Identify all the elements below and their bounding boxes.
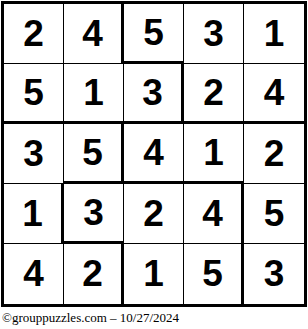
cell-r5c4: 5 <box>184 244 244 304</box>
cell-r3c1: 3 <box>4 124 64 184</box>
cell-r2c5: 4 <box>244 64 304 124</box>
cell-r5c1: 4 <box>4 244 64 304</box>
cell-r3c2: 5 <box>64 124 124 184</box>
cell-r3c4: 1 <box>184 124 244 184</box>
cell-r4c2: 3 <box>64 184 124 244</box>
cell-r4c5: 5 <box>244 184 304 244</box>
cell-r1c4: 3 <box>184 4 244 64</box>
cell-r2c2: 1 <box>64 64 124 124</box>
cell-r1c2: 4 <box>64 4 124 64</box>
cell-r1c5: 1 <box>244 4 304 64</box>
cell-r4c1: 1 <box>4 184 64 244</box>
cell-r1c1: 2 <box>4 4 64 64</box>
cell-r5c5: 3 <box>244 244 304 304</box>
cell-r5c3: 1 <box>124 244 184 304</box>
cell-r4c4: 4 <box>184 184 244 244</box>
cell-r2c4: 2 <box>184 64 244 124</box>
cell-r2c1: 5 <box>4 64 64 124</box>
cell-r1c3: 5 <box>124 4 184 64</box>
cell-r3c3: 4 <box>124 124 184 184</box>
cell-r5c2: 2 <box>64 244 124 304</box>
copyright-credit: ©grouppuzzles.com – 10/27/2024 <box>2 310 308 326</box>
cell-r3c5: 2 <box>244 124 304 184</box>
cell-r2c3: 3 <box>124 64 184 124</box>
sudoku-board: 2453151324354121324542153 <box>1 1 307 307</box>
cell-r4c3: 2 <box>124 184 184 244</box>
